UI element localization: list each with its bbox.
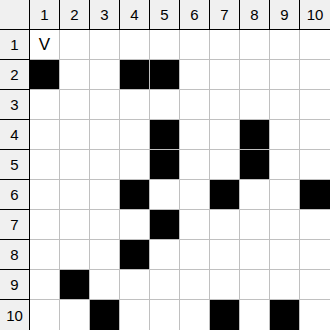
cell-r9c2[interactable] (60, 270, 90, 300)
row-header-9: 9 (0, 270, 30, 300)
cell-r3c2[interactable] (60, 90, 90, 120)
cell-r9c5[interactable] (150, 270, 180, 300)
col-header-7: 7 (210, 0, 240, 30)
cell-r1c1[interactable]: V (30, 30, 60, 60)
cell-r8c9[interactable] (270, 240, 300, 270)
cell-r10c8[interactable] (240, 300, 270, 330)
cell-r7c2[interactable] (60, 210, 90, 240)
cell-r4c8[interactable] (240, 120, 270, 150)
col-header-6: 6 (180, 0, 210, 30)
row-header-2: 2 (0, 60, 30, 90)
cell-r2c6[interactable] (180, 60, 210, 90)
cell-r8c1[interactable] (30, 240, 60, 270)
cell-r10c3[interactable] (90, 300, 120, 330)
cell-r5c6[interactable] (180, 150, 210, 180)
cell-r1c10[interactable] (300, 30, 330, 60)
cell-r5c7[interactable] (210, 150, 240, 180)
cell-r3c5[interactable] (150, 90, 180, 120)
cell-r3c1[interactable] (30, 90, 60, 120)
cell-r10c9[interactable] (270, 300, 300, 330)
cell-r7c7[interactable] (210, 210, 240, 240)
cell-r4c10[interactable] (300, 120, 330, 150)
cell-r5c9[interactable] (270, 150, 300, 180)
cell-r4c6[interactable] (180, 120, 210, 150)
cell-r6c1[interactable] (30, 180, 60, 210)
cell-r10c2[interactable] (60, 300, 90, 330)
puzzle-board: 123456789101V2345678910 (0, 0, 330, 330)
cell-r10c5[interactable] (150, 300, 180, 330)
cell-r6c5[interactable] (150, 180, 180, 210)
cell-r3c6[interactable] (180, 90, 210, 120)
col-header-3: 3 (90, 0, 120, 30)
cell-r3c9[interactable] (270, 90, 300, 120)
cell-r10c7[interactable] (210, 300, 240, 330)
cell-r4c5[interactable] (150, 120, 180, 150)
cell-r8c10[interactable] (300, 240, 330, 270)
row-header-5: 5 (0, 150, 30, 180)
cell-r2c3[interactable] (90, 60, 120, 90)
cell-r3c3[interactable] (90, 90, 120, 120)
cell-r3c7[interactable] (210, 90, 240, 120)
cell-r5c8[interactable] (240, 150, 270, 180)
cell-r2c4[interactable] (120, 60, 150, 90)
cell-r2c2[interactable] (60, 60, 90, 90)
cell-r9c7[interactable] (210, 270, 240, 300)
col-header-8: 8 (240, 0, 270, 30)
cell-r6c10[interactable] (300, 180, 330, 210)
corner-cell (0, 0, 30, 30)
cell-r10c6[interactable] (180, 300, 210, 330)
cell-r3c10[interactable] (300, 90, 330, 120)
cell-r3c4[interactable] (120, 90, 150, 120)
cell-r6c4[interactable] (120, 180, 150, 210)
cell-r2c1[interactable] (30, 60, 60, 90)
cell-r6c8[interactable] (240, 180, 270, 210)
cell-r2c9[interactable] (270, 60, 300, 90)
cell-r1c2[interactable] (60, 30, 90, 60)
cell-r8c7[interactable] (210, 240, 240, 270)
cell-r9c9[interactable] (270, 270, 300, 300)
cell-r5c4[interactable] (120, 150, 150, 180)
cell-r1c5[interactable] (150, 30, 180, 60)
cell-r4c7[interactable] (210, 120, 240, 150)
cell-r9c10[interactable] (300, 270, 330, 300)
cell-r5c2[interactable] (60, 150, 90, 180)
cell-r4c2[interactable] (60, 120, 90, 150)
cell-r5c5[interactable] (150, 150, 180, 180)
cell-r3c8[interactable] (240, 90, 270, 120)
cell-r8c8[interactable] (240, 240, 270, 270)
cell-r8c5[interactable] (150, 240, 180, 270)
cell-r4c3[interactable] (90, 120, 120, 150)
row-header-6: 6 (0, 180, 30, 210)
cell-r1c3[interactable] (90, 30, 120, 60)
cell-r6c7[interactable] (210, 180, 240, 210)
cell-r7c5[interactable] (150, 210, 180, 240)
cell-r8c2[interactable] (60, 240, 90, 270)
cell-r6c6[interactable] (180, 180, 210, 210)
cell-r5c1[interactable] (30, 150, 60, 180)
col-header-2: 2 (60, 0, 90, 30)
cell-r7c1[interactable] (30, 210, 60, 240)
cell-r6c9[interactable] (270, 180, 300, 210)
cell-r2c5[interactable] (150, 60, 180, 90)
cell-r9c3[interactable] (90, 270, 120, 300)
row-header-8: 8 (0, 240, 30, 270)
col-header-5: 5 (150, 0, 180, 30)
cell-r8c6[interactable] (180, 240, 210, 270)
cell-r1c8[interactable] (240, 30, 270, 60)
cell-r4c9[interactable] (270, 120, 300, 150)
cell-r7c10[interactable] (300, 210, 330, 240)
cell-r9c8[interactable] (240, 270, 270, 300)
cell-r6c3[interactable] (90, 180, 120, 210)
col-header-10: 10 (300, 0, 330, 30)
cell-r7c8[interactable] (240, 210, 270, 240)
cell-r9c4[interactable] (120, 270, 150, 300)
cell-r2c7[interactable] (210, 60, 240, 90)
cell-r9c6[interactable] (180, 270, 210, 300)
cell-r6c2[interactable] (60, 180, 90, 210)
cell-r9c1[interactable] (30, 270, 60, 300)
cell-r1c7[interactable] (210, 30, 240, 60)
row-header-3: 3 (0, 90, 30, 120)
cell-r7c9[interactable] (270, 210, 300, 240)
row-header-4: 4 (0, 120, 30, 150)
cell-r2c10[interactable] (300, 60, 330, 90)
col-header-1: 1 (30, 0, 60, 30)
cell-r7c4[interactable] (120, 210, 150, 240)
cell-r2c8[interactable] (240, 60, 270, 90)
cell-r8c3[interactable] (90, 240, 120, 270)
cell-r7c3[interactable] (90, 210, 120, 240)
col-header-9: 9 (270, 0, 300, 30)
cell-r1c9[interactable] (270, 30, 300, 60)
col-header-4: 4 (120, 0, 150, 30)
row-header-1: 1 (0, 30, 30, 60)
cell-r7c6[interactable] (180, 210, 210, 240)
cell-r1c4[interactable] (120, 30, 150, 60)
row-header-10: 10 (0, 300, 30, 330)
cell-r10c10[interactable] (300, 300, 330, 330)
cell-r10c4[interactable] (120, 300, 150, 330)
cell-r4c4[interactable] (120, 120, 150, 150)
cell-r5c10[interactable] (300, 150, 330, 180)
cell-r5c3[interactable] (90, 150, 120, 180)
cell-r10c1[interactable] (30, 300, 60, 330)
cell-r1c6[interactable] (180, 30, 210, 60)
cell-r4c1[interactable] (30, 120, 60, 150)
row-header-7: 7 (0, 210, 30, 240)
cell-r8c4[interactable] (120, 240, 150, 270)
